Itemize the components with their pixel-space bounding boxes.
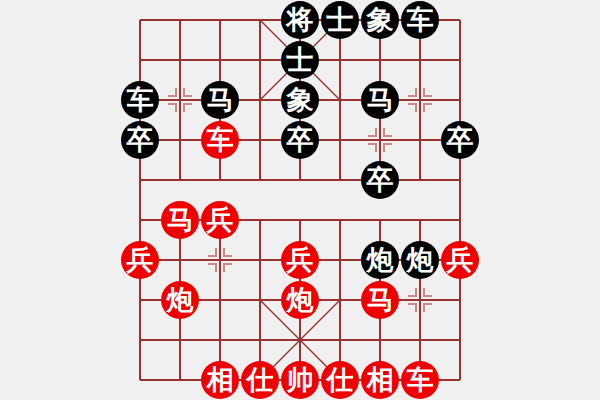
piece-black-advisor[interactable]: 士: [321, 1, 359, 39]
piece-black-chariot[interactable]: 车: [121, 81, 159, 119]
piece-black-soldier[interactable]: 卒: [361, 161, 399, 199]
piece-red-cannon[interactable]: 炮: [161, 281, 199, 319]
piece-red-soldier[interactable]: 兵: [121, 241, 159, 279]
piece-red-chariot[interactable]: 车: [401, 361, 439, 399]
piece-black-chariot[interactable]: 车: [401, 1, 439, 39]
piece-red-soldier[interactable]: 兵: [441, 241, 479, 279]
piece-black-soldier[interactable]: 卒: [281, 121, 319, 159]
piece-red-chariot[interactable]: 车: [201, 121, 239, 159]
piece-black-advisor[interactable]: 士: [281, 41, 319, 79]
piece-black-elephant[interactable]: 象: [361, 1, 399, 39]
piece-red-advisor[interactable]: 仕: [241, 361, 279, 399]
piece-black-soldier[interactable]: 卒: [121, 121, 159, 159]
piece-red-soldier[interactable]: 兵: [201, 201, 239, 239]
piece-red-horse[interactable]: 马: [361, 281, 399, 319]
piece-red-general[interactable]: 帅: [281, 361, 319, 399]
pieces-layer: 将士象车士车马象马卒车卒卒卒马兵兵兵炮炮兵炮炮马相仕帅仕相车: [0, 0, 600, 400]
xiangqi-board-area: 将士象车士车马象马卒车卒卒卒马兵兵兵炮炮兵炮炮马相仕帅仕相车: [0, 0, 600, 400]
piece-black-cannon[interactable]: 炮: [401, 241, 439, 279]
piece-black-cannon[interactable]: 炮: [361, 241, 399, 279]
piece-black-horse[interactable]: 马: [361, 81, 399, 119]
piece-red-elephant[interactable]: 相: [361, 361, 399, 399]
piece-black-horse[interactable]: 马: [201, 81, 239, 119]
piece-black-elephant[interactable]: 象: [281, 81, 319, 119]
piece-red-advisor[interactable]: 仕: [321, 361, 359, 399]
piece-black-soldier[interactable]: 卒: [441, 121, 479, 159]
piece-black-general[interactable]: 将: [281, 1, 319, 39]
piece-red-cannon[interactable]: 炮: [281, 281, 319, 319]
piece-red-soldier[interactable]: 兵: [281, 241, 319, 279]
piece-red-horse[interactable]: 马: [161, 201, 199, 239]
piece-red-elephant[interactable]: 相: [201, 361, 239, 399]
